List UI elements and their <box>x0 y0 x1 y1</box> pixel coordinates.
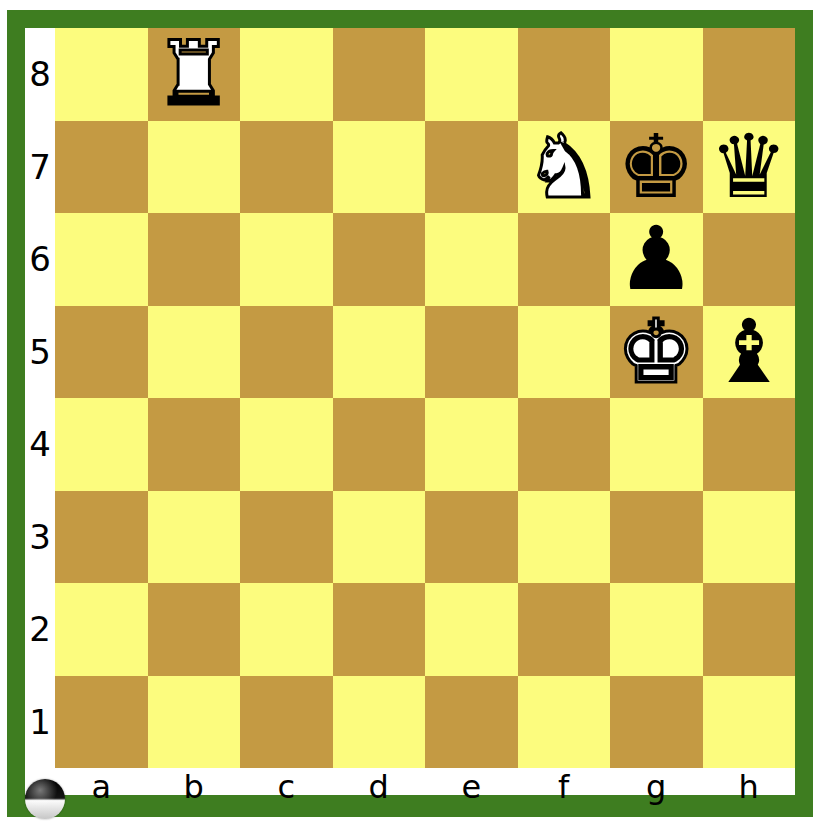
square-a6[interactable] <box>55 213 148 306</box>
file-label-e: e <box>425 768 518 806</box>
square-h6[interactable] <box>703 213 796 306</box>
black-to-move-indicator <box>25 779 65 819</box>
square-c6[interactable] <box>240 213 333 306</box>
square-c4[interactable] <box>240 398 333 491</box>
square-g2[interactable] <box>610 583 703 676</box>
square-h7[interactable]: ♛ <box>703 121 796 214</box>
chess-board[interactable]: ♜♞♚♛♟♚♝ <box>55 28 795 768</box>
file-labels: abcdefgh <box>55 768 795 795</box>
board-area: 87654321 ♜♞♚♛♟♚♝ abcdefgh <box>25 28 795 795</box>
square-a5[interactable] <box>55 306 148 399</box>
square-d3[interactable] <box>333 491 426 584</box>
square-d2[interactable] <box>333 583 426 676</box>
file-label-d: d <box>333 768 426 806</box>
square-e1[interactable] <box>425 676 518 769</box>
file-label-a: a <box>55 768 148 806</box>
rank-labels: 87654321 <box>25 28 55 768</box>
square-g3[interactable] <box>610 491 703 584</box>
rank-label-4: 4 <box>25 398 55 491</box>
square-d6[interactable] <box>333 213 426 306</box>
square-g8[interactable] <box>610 28 703 121</box>
square-g6[interactable]: ♟ <box>610 213 703 306</box>
square-h1[interactable] <box>703 676 796 769</box>
square-b2[interactable] <box>148 583 241 676</box>
square-f4[interactable] <box>518 398 611 491</box>
square-f5[interactable] <box>518 306 611 399</box>
square-b3[interactable] <box>148 491 241 584</box>
square-f2[interactable] <box>518 583 611 676</box>
square-a1[interactable] <box>55 676 148 769</box>
square-b5[interactable] <box>148 306 241 399</box>
file-label-b: b <box>148 768 241 806</box>
square-e8[interactable] <box>425 28 518 121</box>
square-c5[interactable] <box>240 306 333 399</box>
square-h8[interactable] <box>703 28 796 121</box>
square-a8[interactable] <box>55 28 148 121</box>
piece-black-queen[interactable]: ♛ <box>709 121 788 214</box>
square-g7[interactable]: ♚ <box>610 121 703 214</box>
square-f7[interactable]: ♞ <box>518 121 611 214</box>
square-d4[interactable] <box>333 398 426 491</box>
rank-label-2: 2 <box>25 583 55 676</box>
piece-white-knight[interactable]: ♞ <box>524 121 603 214</box>
square-f6[interactable] <box>518 213 611 306</box>
piece-black-pawn[interactable]: ♟ <box>617 213 696 306</box>
piece-white-king[interactable]: ♚ <box>617 306 696 399</box>
square-g4[interactable] <box>610 398 703 491</box>
rank-label-5: 5 <box>25 306 55 399</box>
square-e6[interactable] <box>425 213 518 306</box>
square-e4[interactable] <box>425 398 518 491</box>
square-c8[interactable] <box>240 28 333 121</box>
square-d5[interactable] <box>333 306 426 399</box>
rank-label-8: 8 <box>25 28 55 121</box>
file-label-c: c <box>240 768 333 806</box>
square-c2[interactable] <box>240 583 333 676</box>
board-frame: 87654321 ♜♞♚♛♟♚♝ abcdefgh <box>7 10 813 817</box>
square-e7[interactable] <box>425 121 518 214</box>
rank-label-3: 3 <box>25 491 55 584</box>
square-g5[interactable]: ♚ <box>610 306 703 399</box>
square-e2[interactable] <box>425 583 518 676</box>
file-label-h: h <box>703 768 796 806</box>
square-b4[interactable] <box>148 398 241 491</box>
square-a7[interactable] <box>55 121 148 214</box>
square-b1[interactable] <box>148 676 241 769</box>
square-c3[interactable] <box>240 491 333 584</box>
square-e3[interactable] <box>425 491 518 584</box>
square-h2[interactable] <box>703 583 796 676</box>
square-a2[interactable] <box>55 583 148 676</box>
piece-black-bishop[interactable]: ♝ <box>709 306 788 399</box>
rank-label-6: 6 <box>25 213 55 306</box>
file-label-f: f <box>518 768 611 806</box>
square-b8[interactable]: ♜ <box>148 28 241 121</box>
square-d7[interactable] <box>333 121 426 214</box>
piece-black-king[interactable]: ♚ <box>617 121 696 214</box>
square-g1[interactable] <box>610 676 703 769</box>
piece-white-rook[interactable]: ♜ <box>154 28 233 121</box>
file-label-g: g <box>610 768 703 806</box>
square-f1[interactable] <box>518 676 611 769</box>
square-h3[interactable] <box>703 491 796 584</box>
square-d1[interactable] <box>333 676 426 769</box>
square-f3[interactable] <box>518 491 611 584</box>
chess-diagram: 87654321 ♜♞♚♛♟♚♝ abcdefgh <box>0 0 818 826</box>
square-f8[interactable] <box>518 28 611 121</box>
square-h5[interactable]: ♝ <box>703 306 796 399</box>
rank-label-7: 7 <box>25 121 55 214</box>
square-b6[interactable] <box>148 213 241 306</box>
square-a3[interactable] <box>55 491 148 584</box>
square-c7[interactable] <box>240 121 333 214</box>
rank-label-1: 1 <box>25 676 55 769</box>
square-e5[interactable] <box>425 306 518 399</box>
square-h4[interactable] <box>703 398 796 491</box>
square-c1[interactable] <box>240 676 333 769</box>
square-d8[interactable] <box>333 28 426 121</box>
square-b7[interactable] <box>148 121 241 214</box>
square-a4[interactable] <box>55 398 148 491</box>
